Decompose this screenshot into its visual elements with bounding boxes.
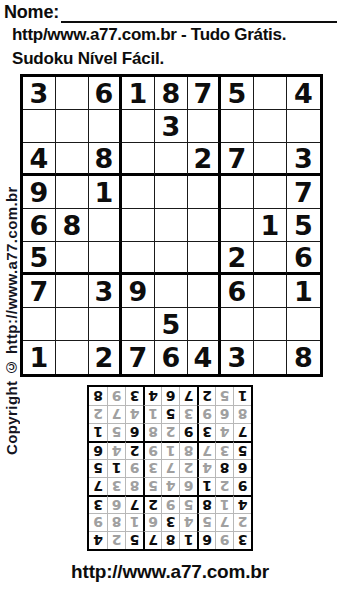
- cell-r9c5[interactable]: 6: [155, 341, 188, 374]
- solution-cell-r5c7: 9: [125, 459, 143, 477]
- cell-r9c4[interactable]: 7: [122, 341, 155, 374]
- solution-cell-r6c5: 1: [161, 441, 179, 459]
- cell-r4c5[interactable]: [155, 176, 188, 209]
- solution-cell-r8c7: 4: [125, 405, 143, 423]
- cell-r5c1[interactable]: 6: [23, 209, 56, 242]
- cell-r2c5[interactable]: 3: [155, 110, 188, 143]
- solution-cell-r1c1: 3: [233, 531, 251, 549]
- cell-r5c7[interactable]: [221, 209, 254, 242]
- cell-r4c1[interactable]: 9: [23, 176, 56, 209]
- solution-cell-r1c4: 1: [179, 531, 197, 549]
- solution-cell-r9c7: 3: [125, 387, 143, 405]
- solution-cell-r8c8: 7: [107, 405, 125, 423]
- cell-r6c9[interactable]: 6: [287, 242, 320, 275]
- cell-r1c3[interactable]: 6: [89, 77, 122, 110]
- cell-r9c6[interactable]: 4: [188, 341, 221, 374]
- main-grid: 361875434827391768155267396151276438: [20, 74, 323, 377]
- cell-r2c2[interactable]: [56, 110, 89, 143]
- cell-r5c2[interactable]: 8: [56, 209, 89, 242]
- cell-r2c1[interactable]: [23, 110, 56, 143]
- name-label: Nome:: [4, 2, 59, 23]
- cell-r4c8[interactable]: [254, 176, 287, 209]
- solution-cell-r4c4: 6: [179, 477, 197, 495]
- cell-r6c4[interactable]: [122, 242, 155, 275]
- cell-r9c8[interactable]: [254, 341, 287, 374]
- solution-cell-r8c9: 2: [89, 405, 107, 423]
- solution-cell-r4c3: 1: [197, 477, 215, 495]
- cell-r8c1[interactable]: [23, 308, 56, 341]
- solution-cell-r4c7: 8: [125, 477, 143, 495]
- cell-r5c5[interactable]: [155, 209, 188, 242]
- solution-cell-r2c6: 6: [143, 513, 161, 531]
- cell-r3c9[interactable]: 3: [287, 143, 320, 176]
- cell-r1c2[interactable]: [56, 77, 89, 110]
- solution-cell-r9c1: 1: [233, 387, 251, 405]
- cell-r9c3[interactable]: 2: [89, 341, 122, 374]
- cell-r3c2[interactable]: [56, 143, 89, 176]
- cell-r6c5[interactable]: [155, 242, 188, 275]
- solution-cell-r4c5: 4: [161, 477, 179, 495]
- solution-cell-r6c2: 3: [215, 441, 233, 459]
- cell-r7c3[interactable]: 3: [89, 275, 122, 308]
- cell-r6c7[interactable]: 2: [221, 242, 254, 275]
- solution-cell-r8c1: 8: [233, 405, 251, 423]
- cell-r1c9[interactable]: 4: [287, 77, 320, 110]
- cell-r7c9[interactable]: 1: [287, 275, 320, 308]
- cell-r3c1[interactable]: 4: [23, 143, 56, 176]
- cell-r9c2[interactable]: [56, 341, 89, 374]
- solution-cell-r1c6: 7: [143, 531, 161, 549]
- solution-cell-r2c2: 7: [215, 513, 233, 531]
- solution-grid: 3961875242754361894185927639216458376842…: [87, 385, 253, 551]
- cell-r1c5[interactable]: 8: [155, 77, 188, 110]
- solution-cell-r5c4: 2: [179, 459, 197, 477]
- solution-cell-r6c7: 2: [125, 441, 143, 459]
- cell-r7c5[interactable]: [155, 275, 188, 308]
- cell-r1c8[interactable]: [254, 77, 287, 110]
- solution-cell-r8c5: 5: [161, 405, 179, 423]
- solution-cell-r9c5: 6: [161, 387, 179, 405]
- solution-cell-r1c8: 2: [107, 531, 125, 549]
- solution-cell-r8c3: 9: [197, 405, 215, 423]
- solution-cell-r8c4: 3: [179, 405, 197, 423]
- solution-cell-r1c7: 5: [125, 531, 143, 549]
- solution-cell-r5c2: 8: [215, 459, 233, 477]
- solution-cell-r2c1: 2: [233, 513, 251, 531]
- solution-cell-r3c2: 1: [215, 495, 233, 513]
- solution-cell-r7c2: 4: [215, 423, 233, 441]
- cell-r5c4[interactable]: [122, 209, 155, 242]
- solution-cell-r4c2: 2: [215, 477, 233, 495]
- solution-cell-r5c6: 3: [143, 459, 161, 477]
- solution-cell-r5c5: 7: [161, 459, 179, 477]
- solution-cell-r5c8: 1: [107, 459, 125, 477]
- cell-r2c4[interactable]: [122, 110, 155, 143]
- solution-cell-r3c8: 6: [107, 495, 125, 513]
- solution-cell-r7c7: 6: [125, 423, 143, 441]
- copyright-vertical-text: Copyright © http://www.a77.com.br: [3, 95, 20, 455]
- cell-r8c9[interactable]: [287, 308, 320, 341]
- solution-cell-r6c9: 6: [89, 441, 107, 459]
- solution-cell-r9c6: 4: [143, 387, 161, 405]
- cell-r6c3[interactable]: [89, 242, 122, 275]
- cell-r3c7[interactable]: 7: [221, 143, 254, 176]
- solution-cell-r1c5: 8: [161, 531, 179, 549]
- solution-cell-r2c5: 3: [161, 513, 179, 531]
- solution-cell-r4c8: 3: [107, 477, 125, 495]
- solution-cell-r3c5: 9: [161, 495, 179, 513]
- solution-cell-r4c1: 9: [233, 477, 251, 495]
- cell-r2c6[interactable]: [188, 110, 221, 143]
- cell-r4c9[interactable]: 7: [287, 176, 320, 209]
- solution-cell-r7c5: 2: [161, 423, 179, 441]
- cell-r9c9[interactable]: 8: [287, 341, 320, 374]
- cell-r5c6[interactable]: [188, 209, 221, 242]
- cell-r2c7[interactable]: [221, 110, 254, 143]
- solution-cell-r6c6: 9: [143, 441, 161, 459]
- cell-r7c6[interactable]: [188, 275, 221, 308]
- cell-r6c8[interactable]: [254, 242, 287, 275]
- cell-r6c6[interactable]: [188, 242, 221, 275]
- solution-cell-r5c1: 6: [233, 459, 251, 477]
- cell-r4c3[interactable]: 1: [89, 176, 122, 209]
- cell-r3c3[interactable]: 8: [89, 143, 122, 176]
- site-header: http/www.a77.com.br - Tudo Grátis.: [12, 25, 286, 45]
- solution-cell-r2c8: 8: [107, 513, 125, 531]
- cell-r7c8[interactable]: [254, 275, 287, 308]
- cell-r1c7[interactable]: 5: [221, 77, 254, 110]
- solution-cell-r7c8: 5: [107, 423, 125, 441]
- cell-r8c4[interactable]: [122, 308, 155, 341]
- cell-r7c2[interactable]: [56, 275, 89, 308]
- solution-cell-r1c2: 9: [215, 531, 233, 549]
- cell-r7c1[interactable]: 7: [23, 275, 56, 308]
- solution-cell-r2c7: 1: [125, 513, 143, 531]
- solution-cell-r3c7: 7: [125, 495, 143, 513]
- cell-r4c6[interactable]: [188, 176, 221, 209]
- cell-r5c8[interactable]: 1: [254, 209, 287, 242]
- solution-cell-r3c3: 8: [197, 495, 215, 513]
- solution-cell-r2c3: 5: [197, 513, 215, 531]
- solution-cell-r2c4: 4: [179, 513, 197, 531]
- solution-cell-r7c1: 7: [233, 423, 251, 441]
- cell-r1c4[interactable]: 1: [122, 77, 155, 110]
- cell-r8c8[interactable]: [254, 308, 287, 341]
- solution-cell-r4c9: 7: [89, 477, 107, 495]
- cell-r3c4[interactable]: [122, 143, 155, 176]
- cell-r6c1[interactable]: 5: [23, 242, 56, 275]
- solution-cell-r7c3: 3: [197, 423, 215, 441]
- solution-cell-r3c4: 5: [179, 495, 197, 513]
- cell-r3c6[interactable]: 2: [188, 143, 221, 176]
- solution-cell-r9c4: 7: [179, 387, 197, 405]
- cell-r1c1[interactable]: 3: [23, 77, 56, 110]
- cell-r3c5[interactable]: [155, 143, 188, 176]
- cell-r8c5[interactable]: 5: [155, 308, 188, 341]
- cell-r9c7[interactable]: 3: [221, 341, 254, 374]
- solution-cell-r2c9: 9: [89, 513, 107, 531]
- solution-cell-r7c4: 9: [179, 423, 197, 441]
- cell-r5c3[interactable]: [89, 209, 122, 242]
- cell-r8c6[interactable]: [188, 308, 221, 341]
- solution-cell-r8c6: 1: [143, 405, 161, 423]
- cell-r8c3[interactable]: [89, 308, 122, 341]
- solution-cell-r8c2: 6: [215, 405, 233, 423]
- cell-r8c2[interactable]: [56, 308, 89, 341]
- solution-cell-r3c1: 4: [233, 495, 251, 513]
- cell-r4c2[interactable]: [56, 176, 89, 209]
- worksheet-page: Nome: http/www.a77.com.br - Tudo Grátis.…: [0, 0, 340, 596]
- cell-r4c4[interactable]: [122, 176, 155, 209]
- cell-r2c9[interactable]: [287, 110, 320, 143]
- cell-r9c1[interactable]: 1: [23, 341, 56, 374]
- cell-r3c8[interactable]: [254, 143, 287, 176]
- solution-cell-r6c4: 8: [179, 441, 197, 459]
- solution-cell-r6c3: 7: [197, 441, 215, 459]
- solution-cell-r1c3: 6: [197, 531, 215, 549]
- puzzle-level-title: Sudoku Nível Fácil.: [12, 49, 164, 69]
- cell-r8c7[interactable]: [221, 308, 254, 341]
- solution-cell-r3c6: 2: [143, 495, 161, 513]
- cell-r4c7[interactable]: [221, 176, 254, 209]
- solution-cell-r9c3: 2: [197, 387, 215, 405]
- solution-cell-r6c1: 5: [233, 441, 251, 459]
- cell-r2c8[interactable]: [254, 110, 287, 143]
- solution-cell-r7c9: 1: [89, 423, 107, 441]
- name-input-line[interactable]: [61, 2, 337, 23]
- solution-cell-r1c9: 4: [89, 531, 107, 549]
- solution-cell-r4c6: 5: [143, 477, 161, 495]
- solution-cell-r9c8: 9: [107, 387, 125, 405]
- solution-cell-r9c9: 8: [89, 387, 107, 405]
- cell-r1c6[interactable]: 7: [188, 77, 221, 110]
- cell-r7c4[interactable]: 9: [122, 275, 155, 308]
- cell-r2c3[interactable]: [89, 110, 122, 143]
- solution-cell-r5c9: 5: [89, 459, 107, 477]
- cell-r6c2[interactable]: [56, 242, 89, 275]
- solution-cell-r7c6: 8: [143, 423, 161, 441]
- name-row: Nome:: [4, 2, 337, 23]
- solution-cell-r9c2: 5: [215, 387, 233, 405]
- footer-url: http://www.a77.com.br: [0, 561, 340, 583]
- cell-r5c9[interactable]: 5: [287, 209, 320, 242]
- cell-r7c7[interactable]: 6: [221, 275, 254, 308]
- solution-cell-r6c8: 4: [107, 441, 125, 459]
- solution-cell-r3c9: 3: [89, 495, 107, 513]
- solution-cell-r5c3: 4: [197, 459, 215, 477]
